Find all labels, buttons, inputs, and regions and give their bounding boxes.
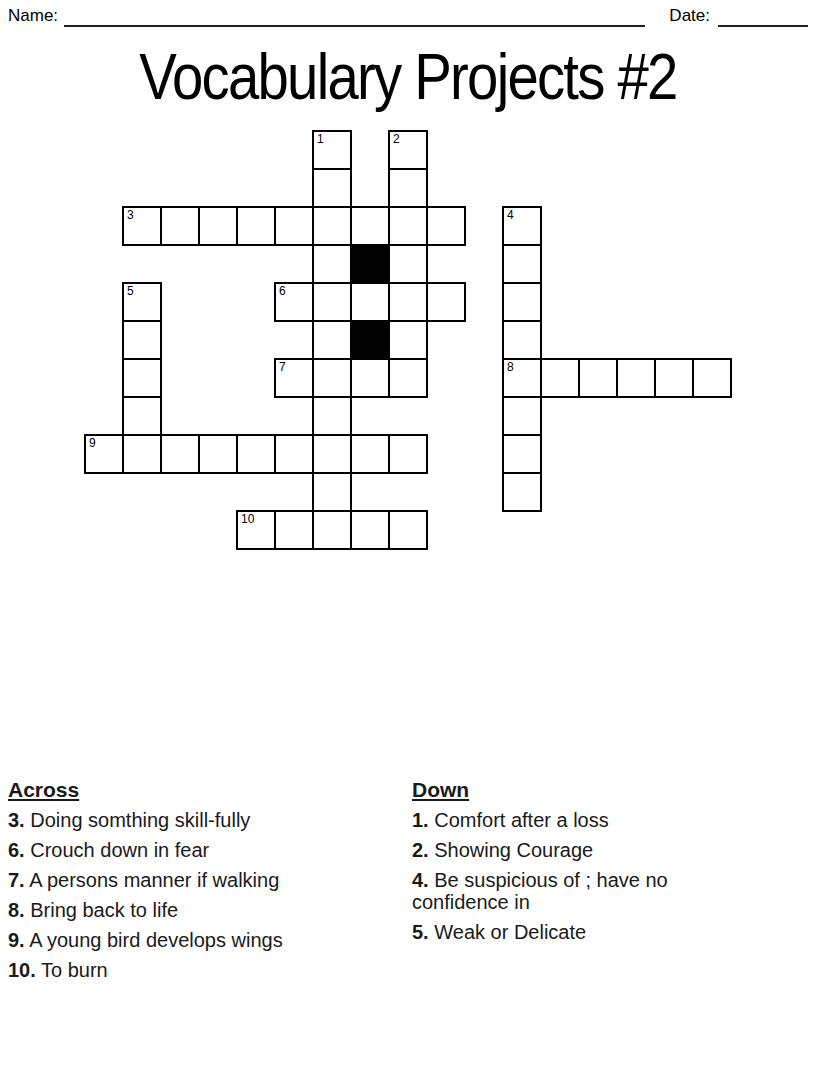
grid-cell[interactable] bbox=[274, 510, 314, 550]
grid-cell[interactable] bbox=[388, 282, 428, 322]
grid-cell[interactable] bbox=[312, 168, 352, 208]
grid-cell[interactable] bbox=[312, 282, 352, 322]
across-clue-8: 8. Bring back to life bbox=[8, 899, 406, 921]
grid-cell[interactable] bbox=[426, 282, 466, 322]
clue-number: 3. bbox=[8, 809, 25, 831]
grid-cell[interactable] bbox=[350, 510, 390, 550]
grid-cell[interactable] bbox=[502, 320, 542, 360]
down-clue-5: 5. Weak or Delicate bbox=[412, 921, 744, 943]
grid-cell[interactable] bbox=[312, 510, 352, 550]
worksheet-page: { "header": { "name_label": "Name:", "da… bbox=[0, 0, 816, 1083]
grid-cell[interactable] bbox=[540, 358, 580, 398]
grid-cell[interactable] bbox=[502, 434, 542, 474]
grid-cell[interactable]: 3 bbox=[122, 206, 162, 246]
clue-number: 5. bbox=[412, 921, 429, 943]
grid-cell[interactable] bbox=[122, 434, 162, 474]
grid-cell[interactable] bbox=[312, 396, 352, 436]
clue-number: 8. bbox=[8, 899, 25, 921]
grid-cell[interactable] bbox=[312, 320, 352, 360]
grid-cell[interactable] bbox=[578, 358, 618, 398]
page-title: Vocabulary Projects #2 bbox=[49, 40, 767, 114]
grid-cell[interactable] bbox=[312, 434, 352, 474]
clue-number: 10. bbox=[8, 959, 36, 981]
grid-cell[interactable] bbox=[350, 434, 390, 474]
black-cell bbox=[350, 244, 390, 284]
grid-cell[interactable]: 4 bbox=[502, 206, 542, 246]
cell-number: 2 bbox=[393, 133, 400, 145]
grid-cell[interactable] bbox=[312, 358, 352, 398]
black-cell bbox=[350, 320, 390, 360]
grid-cell[interactable] bbox=[274, 434, 314, 474]
name-blank-line[interactable] bbox=[64, 4, 645, 27]
across-clue-9: 9. A young bird develops wings bbox=[8, 929, 406, 951]
grid-cell[interactable] bbox=[312, 206, 352, 246]
grid-cell[interactable]: 9 bbox=[84, 434, 124, 474]
grid-cell[interactable]: 2 bbox=[388, 130, 428, 170]
cell-number: 4 bbox=[507, 209, 514, 221]
across-clue-7: 7. A persons manner if walking bbox=[8, 869, 406, 891]
grid-cell[interactable] bbox=[388, 434, 428, 474]
grid-cell[interactable] bbox=[616, 358, 656, 398]
grid-cell[interactable] bbox=[198, 434, 238, 474]
grid-cell[interactable] bbox=[502, 244, 542, 284]
down-heading: Down bbox=[412, 778, 744, 802]
grid-cell[interactable] bbox=[502, 472, 542, 512]
across-clues-section: Across 3. Doing somthing skill-fully6. C… bbox=[8, 778, 406, 989]
worksheet-header: Name: Date: bbox=[8, 4, 808, 27]
clue-number: 2. bbox=[412, 839, 429, 861]
cell-number: 6 bbox=[279, 285, 286, 297]
grid-cell[interactable] bbox=[388, 358, 428, 398]
cell-number: 10 bbox=[241, 513, 254, 525]
across-clue-6: 6. Crouch down in fear bbox=[8, 839, 406, 861]
grid-cell[interactable] bbox=[426, 206, 466, 246]
grid-cell[interactable] bbox=[388, 244, 428, 284]
cell-number: 7 bbox=[279, 361, 286, 373]
across-heading: Across bbox=[8, 778, 406, 802]
grid-cell[interactable] bbox=[274, 206, 314, 246]
grid-cell[interactable]: 7 bbox=[274, 358, 314, 398]
grid-cell[interactable] bbox=[312, 472, 352, 512]
cell-number: 1 bbox=[317, 133, 324, 145]
grid-cell[interactable] bbox=[388, 206, 428, 246]
cell-number: 8 bbox=[507, 361, 514, 373]
grid-cell[interactable] bbox=[388, 320, 428, 360]
clue-number: 4. bbox=[412, 869, 429, 891]
grid-cell[interactable]: 6 bbox=[274, 282, 314, 322]
cell-number: 5 bbox=[127, 285, 134, 297]
grid-cell[interactable]: 5 bbox=[122, 282, 162, 322]
down-clue-list: 1. Comfort after a loss2. Showing Courag… bbox=[412, 809, 744, 943]
grid-cell[interactable]: 8 bbox=[502, 358, 542, 398]
grid-cell[interactable] bbox=[160, 206, 200, 246]
grid-cell[interactable] bbox=[654, 358, 694, 398]
grid-cell[interactable] bbox=[692, 358, 732, 398]
across-clue-3: 3. Doing somthing skill-fully bbox=[8, 809, 406, 831]
grid-cell[interactable] bbox=[122, 358, 162, 398]
grid-cell[interactable] bbox=[502, 282, 542, 322]
grid-cell[interactable] bbox=[160, 434, 200, 474]
grid-cell[interactable] bbox=[350, 282, 390, 322]
grid-cell[interactable] bbox=[236, 206, 276, 246]
down-clue-1: 1. Comfort after a loss bbox=[412, 809, 744, 831]
grid-cell[interactable] bbox=[502, 396, 542, 436]
down-clue-2: 2. Showing Courage bbox=[412, 839, 744, 861]
grid-cell[interactable] bbox=[236, 434, 276, 474]
down-clue-4: 4. Be suspicious of ; have no confidence… bbox=[412, 869, 744, 913]
grid-cell[interactable] bbox=[388, 510, 428, 550]
cell-number: 3 bbox=[127, 209, 134, 221]
grid-cell[interactable] bbox=[312, 244, 352, 284]
grid-cell[interactable] bbox=[198, 206, 238, 246]
clue-number: 9. bbox=[8, 929, 25, 951]
grid-cell[interactable]: 10 bbox=[236, 510, 276, 550]
clue-number: 1. bbox=[412, 809, 429, 831]
clue-number: 6. bbox=[8, 839, 25, 861]
clue-number: 7. bbox=[8, 869, 25, 891]
crossword-grid[interactable]: 12345678910 bbox=[84, 130, 732, 550]
grid-cell[interactable] bbox=[350, 206, 390, 246]
date-blank-line[interactable] bbox=[718, 4, 808, 27]
grid-cell[interactable] bbox=[122, 396, 162, 436]
name-label: Name: bbox=[8, 5, 58, 27]
grid-cell[interactable] bbox=[388, 168, 428, 208]
across-clue-10: 10. To burn bbox=[8, 959, 406, 981]
grid-cell[interactable]: 1 bbox=[312, 130, 352, 170]
cell-number: 9 bbox=[89, 437, 96, 449]
down-clues-section: Down 1. Comfort after a loss2. Showing C… bbox=[412, 778, 744, 951]
grid-cell[interactable] bbox=[350, 358, 390, 398]
across-clue-list: 3. Doing somthing skill-fully6. Crouch d… bbox=[8, 809, 406, 981]
date-label: Date: bbox=[669, 5, 710, 27]
grid-cell[interactable] bbox=[122, 320, 162, 360]
